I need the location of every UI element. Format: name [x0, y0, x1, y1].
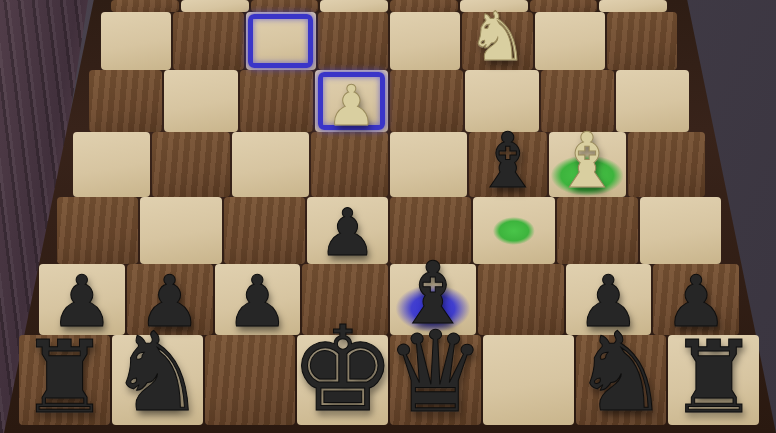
square-e8[interactable]: ♚ — [297, 335, 388, 425]
square-h2[interactable] — [111, 0, 179, 12]
square-h6[interactable] — [57, 197, 138, 264]
square-h5[interactable] — [73, 132, 150, 197]
black-knight-b8[interactable]: ♞ — [572, 321, 670, 425]
white-knight-c3[interactable]: ♞ — [467, 5, 528, 70]
square-f2[interactable] — [251, 0, 319, 12]
white-bishop-b5[interactable]: ♝ — [553, 125, 621, 197]
black-bishop-c5[interactable]: ♝ — [474, 125, 542, 197]
square-h4[interactable] — [89, 70, 162, 132]
square-d3[interactable] — [390, 12, 460, 70]
square-d5[interactable] — [390, 132, 467, 197]
square-a5[interactable] — [628, 132, 705, 197]
square-c8[interactable] — [483, 335, 574, 425]
square-a8[interactable]: ♜ — [668, 335, 759, 425]
black-pawn-f7[interactable]: ♟ — [226, 268, 290, 335]
black-rook-h8[interactable]: ♜ — [20, 330, 110, 425]
black-queen-d8[interactable]: ♛ — [385, 319, 485, 425]
board-rank-5: ♝♝ — [73, 132, 705, 197]
chess-board: ♞♟♝♝♟♟♟♟♝♟♟♜♞♚♛♞♜ — [0, 0, 776, 433]
square-b5[interactable]: ♝ — [549, 132, 626, 197]
square-h8[interactable]: ♜ — [19, 335, 110, 425]
square-h3[interactable] — [101, 12, 171, 70]
square-g4[interactable] — [164, 70, 237, 132]
square-c6[interactable] — [473, 197, 554, 264]
square-d2[interactable] — [390, 0, 458, 12]
square-f4[interactable] — [240, 70, 313, 132]
square-a4[interactable] — [616, 70, 689, 132]
black-pawn-e6[interactable]: ♟ — [318, 202, 376, 264]
square-f8[interactable] — [205, 335, 296, 425]
square-b2[interactable] — [530, 0, 598, 12]
black-knight-g8[interactable]: ♞ — [108, 321, 206, 425]
black-king-e8[interactable]: ♚ — [290, 313, 396, 425]
square-c5[interactable]: ♝ — [469, 132, 546, 197]
white-pawn-e4[interactable]: ♟ — [326, 79, 376, 132]
square-e3[interactable] — [318, 12, 388, 70]
square-f6[interactable] — [224, 197, 305, 264]
board-rank-8: ♜♞♚♛♞♜ — [19, 335, 759, 425]
square-b6[interactable] — [557, 197, 638, 264]
board-rank-6: ♟ — [57, 197, 721, 264]
square-a3[interactable] — [607, 12, 677, 70]
square-a6[interactable] — [640, 197, 721, 264]
square-c3[interactable]: ♞ — [462, 12, 532, 70]
square-a2[interactable] — [599, 0, 667, 12]
square-g3[interactable] — [173, 12, 243, 70]
square-g6[interactable] — [140, 197, 221, 264]
board-rank-3: ♞ — [101, 12, 677, 70]
square-e4[interactable]: ♟ — [315, 70, 388, 132]
square-b8[interactable]: ♞ — [576, 335, 667, 425]
highlight-last-move-from — [248, 14, 313, 67]
square-g8[interactable]: ♞ — [112, 335, 203, 425]
square-b3[interactable] — [535, 12, 605, 70]
black-rook-a8[interactable]: ♜ — [669, 330, 759, 425]
square-d4[interactable] — [390, 70, 463, 132]
square-e5[interactable] — [311, 132, 388, 197]
square-e6[interactable]: ♟ — [307, 197, 388, 264]
square-f5[interactable] — [232, 132, 309, 197]
square-e2[interactable] — [320, 0, 388, 12]
square-f7[interactable]: ♟ — [215, 264, 301, 335]
square-g2[interactable] — [181, 0, 249, 12]
move-target-dot-c6[interactable] — [493, 216, 535, 244]
chess-app-screen: ♞♟♝♝♟♟♟♟♝♟♟♜♞♚♛♞♜ — [0, 0, 776, 433]
square-g5[interactable] — [152, 132, 229, 197]
square-c7[interactable] — [478, 264, 564, 335]
square-d8[interactable]: ♛ — [390, 335, 481, 425]
board-rank-2 — [111, 0, 667, 12]
square-f3[interactable] — [246, 12, 316, 70]
